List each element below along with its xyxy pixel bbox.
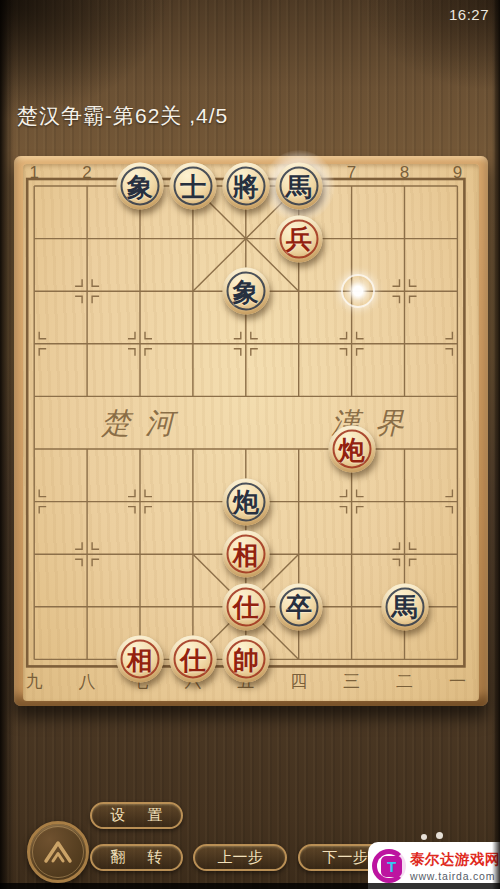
xiangqi-app-screen: { "game": "xiangqi", "app": { "time": "1… — [0, 0, 500, 889]
flip-board-button[interactable]: 翻 转 — [90, 844, 183, 871]
piece-character: 帥 — [233, 646, 259, 672]
expand-menu-button[interactable] — [27, 821, 89, 883]
piece-character: 馬 — [286, 173, 312, 199]
piece-red-相[interactable]: 相 — [222, 531, 269, 578]
piece-character: 兵 — [286, 226, 312, 252]
piece-black-馬[interactable]: 馬 — [381, 583, 428, 630]
settings-button[interactable]: 设 置 — [90, 802, 183, 829]
piece-character: 士 — [180, 173, 206, 199]
piece-red-仕[interactable]: 仕 — [169, 636, 216, 683]
piece-red-兵[interactable]: 兵 — [275, 215, 322, 262]
piece-character: 炮 — [339, 436, 365, 462]
file-label: 一 — [449, 673, 466, 690]
piece-character: 炮 — [233, 489, 259, 515]
tairda-logo-icon: T — [371, 848, 407, 884]
piece-character: 象 — [127, 173, 153, 199]
piece-black-將[interactable]: 將 — [222, 163, 269, 210]
piece-character: 仕 — [233, 594, 259, 620]
file-label: 8 — [400, 164, 409, 181]
previous-move-button[interactable]: 上一步 — [193, 844, 287, 871]
piece-character: 將 — [233, 173, 259, 199]
screen-bottom-edge — [0, 883, 500, 889]
piece-red-帥[interactable]: 帥 — [222, 636, 269, 683]
file-label: 二 — [396, 673, 413, 690]
piece-character: 馬 — [392, 594, 418, 620]
piece-red-相[interactable]: 相 — [117, 636, 164, 683]
file-label: 四 — [290, 673, 307, 690]
piece-black-象[interactable]: 象 — [222, 268, 269, 315]
screen-right-shadow — [492, 0, 500, 889]
file-label: 九 — [26, 673, 43, 690]
xiangqi-board[interactable]: 123456789 九八七六五四三二一 楚河 漢界 象士將馬兵象炮炮相仕卒馬相仕… — [23, 164, 479, 701]
level-title: 楚汉争霸-第62关 ,4/5 — [17, 102, 228, 130]
file-label: 7 — [347, 164, 356, 181]
piece-red-仕[interactable]: 仕 — [222, 583, 269, 630]
piece-black-馬[interactable]: 馬 — [275, 163, 322, 210]
file-label: 八 — [79, 673, 96, 690]
watermark-badge: T 泰尔达游戏网 www.tairda.com — [368, 842, 500, 889]
tap-effect-sparkle — [341, 274, 375, 308]
piece-character: 相 — [233, 541, 259, 567]
river-text-left: 楚河 — [101, 404, 189, 444]
piece-character: 仕 — [180, 646, 206, 672]
piece-black-卒[interactable]: 卒 — [275, 583, 322, 630]
file-label: 1 — [29, 164, 38, 181]
piece-character: 相 — [127, 646, 153, 672]
piece-black-炮[interactable]: 炮 — [222, 478, 269, 525]
chevron-up-icon — [41, 835, 75, 869]
status-bar-time: 16:27 — [449, 6, 489, 23]
piece-black-士[interactable]: 士 — [169, 163, 216, 210]
file-label: 2 — [82, 164, 91, 181]
watermark-dot — [421, 834, 427, 840]
piece-black-象[interactable]: 象 — [117, 163, 164, 210]
piece-character: 卒 — [286, 594, 312, 620]
screen-left-shadow — [0, 0, 14, 889]
file-label: 9 — [453, 164, 462, 181]
watermark-site-name: 泰尔达游戏网 — [410, 850, 500, 869]
file-label: 三 — [343, 673, 360, 690]
piece-red-炮[interactable]: 炮 — [328, 426, 375, 473]
piece-character: 象 — [233, 278, 259, 304]
watermark-dot — [436, 832, 443, 839]
watermark-url: www.tairda.com — [410, 870, 500, 882]
